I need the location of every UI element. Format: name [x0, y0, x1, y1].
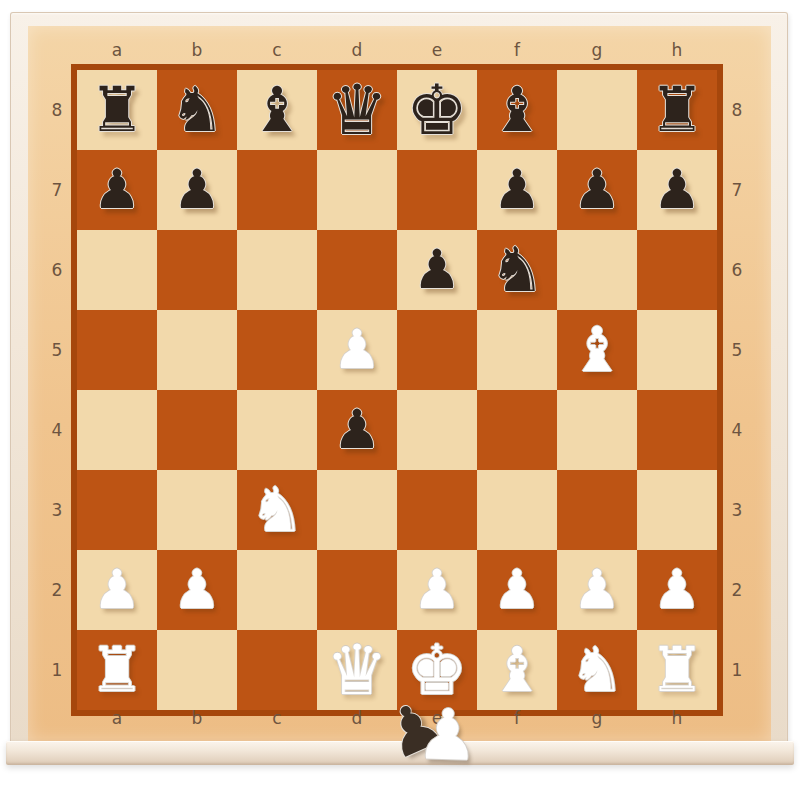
- square-g1[interactable]: ♞: [557, 630, 637, 710]
- square-f4[interactable]: [477, 390, 557, 470]
- square-e6[interactable]: ♟: [397, 230, 477, 310]
- piece-black-pawn-a7[interactable]: ♟: [93, 163, 141, 217]
- file-label-bottom-g: g: [557, 704, 637, 732]
- square-h4[interactable]: [637, 390, 717, 470]
- piece-black-pawn-b7[interactable]: ♟: [173, 163, 221, 217]
- piece-black-pawn-e6[interactable]: ♟: [413, 243, 461, 297]
- piece-white-pawn-h2[interactable]: ♟: [653, 563, 701, 617]
- piece-black-rook-a8[interactable]: ♜: [89, 79, 145, 141]
- square-a8[interactable]: ♜: [77, 70, 157, 150]
- file-label-top-c: c: [237, 36, 317, 64]
- square-d3[interactable]: [317, 470, 397, 550]
- square-d7[interactable]: [317, 150, 397, 230]
- square-h8[interactable]: ♜: [637, 70, 717, 150]
- file-label-bottom-b: b: [157, 704, 237, 732]
- rank-label-left-4: 4: [42, 390, 72, 470]
- piece-white-pawn-f2[interactable]: ♟: [493, 563, 541, 617]
- square-h5[interactable]: [637, 310, 717, 390]
- rank-label-right-7: 7: [722, 150, 752, 230]
- square-h1[interactable]: ♜: [637, 630, 717, 710]
- square-b5[interactable]: [157, 310, 237, 390]
- rank-label-left-8: 8: [42, 70, 72, 150]
- square-d2[interactable]: [317, 550, 397, 630]
- file-label-bottom-a: a: [77, 704, 157, 732]
- rank-label-right-4: 4: [722, 390, 752, 470]
- square-g7[interactable]: ♟: [557, 150, 637, 230]
- square-f3[interactable]: [477, 470, 557, 550]
- square-f7[interactable]: ♟: [477, 150, 557, 230]
- piece-white-bishop-f1[interactable]: ♝: [489, 639, 545, 701]
- square-c7[interactable]: [237, 150, 317, 230]
- rank-label-left-3: 3: [42, 470, 72, 550]
- piece-white-rook-a1[interactable]: ♜: [89, 639, 145, 701]
- piece-black-pawn-f7[interactable]: ♟: [493, 163, 541, 217]
- file-label-top-d: d: [317, 36, 397, 64]
- square-e2[interactable]: ♟: [397, 550, 477, 630]
- square-e7[interactable]: [397, 150, 477, 230]
- square-g2[interactable]: ♟: [557, 550, 637, 630]
- square-a7[interactable]: ♟: [77, 150, 157, 230]
- square-g8[interactable]: [557, 70, 637, 150]
- file-label-top-a: a: [77, 36, 157, 64]
- rank-label-left-7: 7: [42, 150, 72, 230]
- square-c5[interactable]: [237, 310, 317, 390]
- piece-black-queen-d8[interactable]: ♛: [326, 76, 388, 145]
- rank-label-left-1: 1: [42, 630, 72, 710]
- rank-label-left-6: 6: [42, 230, 72, 310]
- rank-label-right-8: 8: [722, 70, 752, 150]
- square-a3[interactable]: [77, 470, 157, 550]
- piece-white-pawn-a2[interactable]: ♟: [93, 563, 141, 617]
- piece-white-knight-c3[interactable]: ♞: [249, 479, 305, 541]
- square-a6[interactable]: [77, 230, 157, 310]
- square-b7[interactable]: ♟: [157, 150, 237, 230]
- square-e8[interactable]: ♚: [397, 70, 477, 150]
- square-c1[interactable]: [237, 630, 317, 710]
- square-h7[interactable]: ♟: [637, 150, 717, 230]
- square-b2[interactable]: ♟: [157, 550, 237, 630]
- square-b8[interactable]: ♞: [157, 70, 237, 150]
- square-g3[interactable]: [557, 470, 637, 550]
- square-b6[interactable]: [157, 230, 237, 310]
- rank-label-right-3: 3: [722, 470, 752, 550]
- square-d4[interactable]: ♟: [317, 390, 397, 470]
- square-d1[interactable]: ♛: [317, 630, 397, 710]
- piece-white-bishop-g5[interactable]: ♝: [569, 319, 625, 381]
- piece-black-rook-h8[interactable]: ♜: [649, 79, 705, 141]
- piece-white-pawn-b2[interactable]: ♟: [173, 563, 221, 617]
- square-h6[interactable]: [637, 230, 717, 310]
- square-b4[interactable]: [157, 390, 237, 470]
- square-c3[interactable]: ♞: [237, 470, 317, 550]
- square-f6[interactable]: ♞: [477, 230, 557, 310]
- file-label-bottom-f: f: [477, 704, 557, 732]
- rank-label-right-6: 6: [722, 230, 752, 310]
- square-e5[interactable]: [397, 310, 477, 390]
- square-g4[interactable]: [557, 390, 637, 470]
- piece-black-pawn-d4[interactable]: ♟: [333, 403, 381, 457]
- square-a2[interactable]: ♟: [77, 550, 157, 630]
- piece-black-bishop-c8[interactable]: ♝: [249, 79, 305, 141]
- rank-label-right-5: 5: [722, 310, 752, 390]
- piece-white-pawn-e2[interactable]: ♟: [413, 563, 461, 617]
- piece-black-king-e8[interactable]: ♚: [406, 76, 468, 145]
- square-h2[interactable]: ♟: [637, 550, 717, 630]
- square-e4[interactable]: [397, 390, 477, 470]
- square-c8[interactable]: ♝: [237, 70, 317, 150]
- square-h3[interactable]: [637, 470, 717, 550]
- square-a4[interactable]: [77, 390, 157, 470]
- square-d5[interactable]: ♟: [317, 310, 397, 390]
- file-label-top-h: h: [637, 36, 717, 64]
- square-f1[interactable]: ♝: [477, 630, 557, 710]
- square-c6[interactable]: [237, 230, 317, 310]
- piece-black-bishop-f8[interactable]: ♝: [489, 79, 545, 141]
- piece-black-knight-b8[interactable]: ♞: [169, 79, 225, 141]
- file-label-top-g: g: [557, 36, 637, 64]
- piece-white-rook-h1[interactable]: ♜: [649, 639, 705, 701]
- chessboard: ♜♞♝♛♚♝♜♟♟♟♟♟♟♞♟♝♟♞♟♟♟♟♟♟♜♛♚♝♞♜: [77, 70, 717, 710]
- square-d8[interactable]: ♛: [317, 70, 397, 150]
- piece-black-pawn-g7[interactable]: ♟: [573, 163, 621, 217]
- square-g6[interactable]: [557, 230, 637, 310]
- square-a5[interactable]: [77, 310, 157, 390]
- rank-label-left-5: 5: [42, 310, 72, 390]
- square-a1[interactable]: ♜: [77, 630, 157, 710]
- rank-label-right-1: 1: [722, 630, 752, 710]
- square-f2[interactable]: ♟: [477, 550, 557, 630]
- file-label-bottom-h: h: [637, 704, 717, 732]
- square-e3[interactable]: [397, 470, 477, 550]
- file-label-top-f: f: [477, 36, 557, 64]
- file-label-bottom-c: c: [237, 704, 317, 732]
- rank-label-left-2: 2: [42, 550, 72, 630]
- captured-white-pawn[interactable]: ♟: [415, 699, 480, 771]
- piece-white-pawn-d5[interactable]: ♟: [333, 323, 381, 377]
- square-c2[interactable]: [237, 550, 317, 630]
- piece-black-pawn-h7[interactable]: ♟: [653, 163, 701, 217]
- square-d6[interactable]: [317, 230, 397, 310]
- piece-white-pawn-g2[interactable]: ♟: [573, 563, 621, 617]
- file-label-top-e: e: [397, 36, 477, 64]
- square-g5[interactable]: ♝: [557, 310, 637, 390]
- square-f8[interactable]: ♝: [477, 70, 557, 150]
- square-f5[interactable]: [477, 310, 557, 390]
- square-b1[interactable]: [157, 630, 237, 710]
- rank-label-right-2: 2: [722, 550, 752, 630]
- piece-black-knight-f6[interactable]: ♞: [489, 239, 545, 301]
- square-c4[interactable]: [237, 390, 317, 470]
- square-b3[interactable]: [157, 470, 237, 550]
- file-label-top-b: b: [157, 36, 237, 64]
- piece-white-queen-d1[interactable]: ♛: [326, 636, 388, 705]
- piece-white-knight-g1[interactable]: ♞: [569, 639, 625, 701]
